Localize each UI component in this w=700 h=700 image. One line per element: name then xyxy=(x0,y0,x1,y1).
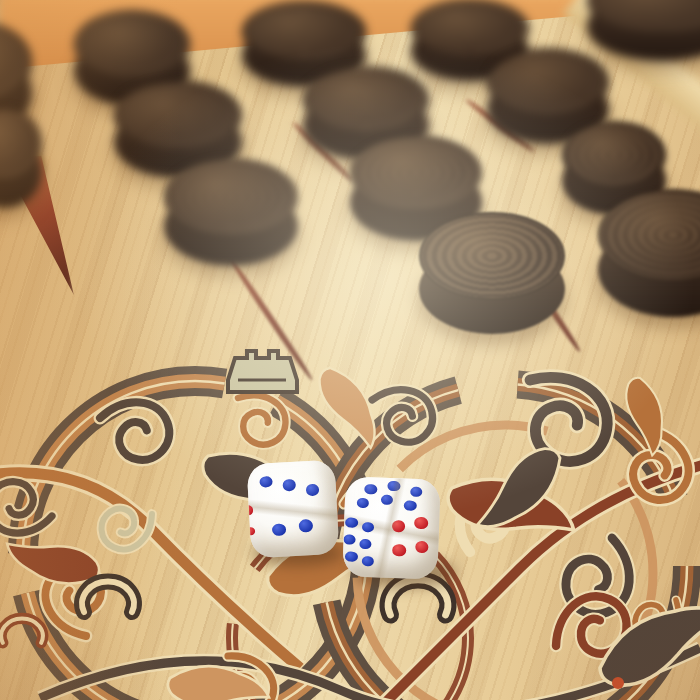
die-pip-blue xyxy=(359,538,372,549)
die-pip-red xyxy=(392,544,406,556)
die-pip-blue xyxy=(388,480,401,491)
die-pip-red xyxy=(415,541,429,553)
right-die[interactable] xyxy=(342,476,440,579)
die-pip-blue xyxy=(345,517,358,528)
die-pip-blue xyxy=(299,519,314,532)
die-pip-blue xyxy=(380,494,393,505)
die-pip-red xyxy=(247,505,254,515)
die-pip-blue xyxy=(404,500,417,511)
die-pip-red xyxy=(391,520,405,532)
left-die[interactable] xyxy=(247,460,340,558)
die-pip-blue xyxy=(259,476,273,488)
die-pip-blue xyxy=(410,486,423,497)
die-pip-red xyxy=(247,527,256,535)
die-pip-blue xyxy=(361,555,374,566)
die-pip-blue xyxy=(282,479,296,491)
die-pip-blue xyxy=(272,523,287,536)
die-pip-blue xyxy=(305,484,319,496)
dice-layer xyxy=(0,0,700,700)
backgammon-photo-scene xyxy=(0,0,700,700)
die-pip-blue xyxy=(361,521,374,532)
die-pip-red xyxy=(414,517,428,529)
die-pip-blue xyxy=(357,497,370,508)
die-pip-blue xyxy=(365,484,378,495)
die-pip-blue xyxy=(343,534,356,545)
die-pip-blue xyxy=(345,551,358,562)
